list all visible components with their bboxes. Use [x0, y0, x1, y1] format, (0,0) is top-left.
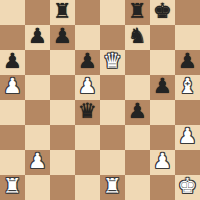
square-f6[interactable] [125, 50, 150, 75]
square-a5[interactable]: ♟ [0, 75, 25, 100]
square-d1[interactable] [75, 175, 100, 200]
square-b3[interactable] [25, 125, 50, 150]
square-h4[interactable] [175, 100, 200, 125]
piece-black-pawn[interactable]: ♟ [78, 49, 97, 74]
piece-black-pawn[interactable]: ♟ [53, 24, 72, 49]
square-b6[interactable] [25, 50, 50, 75]
square-f2[interactable] [125, 150, 150, 175]
square-f5[interactable] [125, 75, 150, 100]
square-g5[interactable]: ♟ [150, 75, 175, 100]
piece-white-pawn[interactable]: ♟ [178, 124, 197, 149]
square-h6[interactable]: ♟ [175, 50, 200, 75]
square-b8[interactable] [25, 0, 50, 25]
square-h5[interactable]: ♝ [175, 75, 200, 100]
square-g3[interactable] [150, 125, 175, 150]
square-g2[interactable]: ♟ [150, 150, 175, 175]
piece-white-pawn[interactable]: ♟ [78, 74, 97, 99]
square-g1[interactable] [150, 175, 175, 200]
square-c2[interactable] [50, 150, 75, 175]
piece-black-pawn[interactable]: ♟ [3, 49, 22, 74]
square-a3[interactable] [0, 125, 25, 150]
square-d3[interactable] [75, 125, 100, 150]
square-f8[interactable]: ♜ [125, 0, 150, 25]
square-c6[interactable] [50, 50, 75, 75]
piece-white-rook[interactable]: ♜ [103, 174, 122, 199]
square-c5[interactable] [50, 75, 75, 100]
square-d5[interactable]: ♟ [75, 75, 100, 100]
square-a4[interactable] [0, 100, 25, 125]
square-f4[interactable]: ♟ [125, 100, 150, 125]
square-e5[interactable] [100, 75, 125, 100]
square-b4[interactable] [25, 100, 50, 125]
square-a8[interactable] [0, 0, 25, 25]
square-b2[interactable]: ♟ [25, 150, 50, 175]
piece-white-rook[interactable]: ♜ [3, 174, 22, 199]
square-e6[interactable]: ♛ [100, 50, 125, 75]
piece-black-queen[interactable]: ♛ [78, 99, 97, 124]
piece-black-king[interactable]: ♚ [153, 0, 172, 24]
square-e3[interactable] [100, 125, 125, 150]
square-f7[interactable]: ♞ [125, 25, 150, 50]
square-a7[interactable] [0, 25, 25, 50]
square-c3[interactable] [50, 125, 75, 150]
square-f3[interactable] [125, 125, 150, 150]
square-b5[interactable] [25, 75, 50, 100]
square-d8[interactable] [75, 0, 100, 25]
piece-white-king[interactable]: ♚ [178, 174, 197, 199]
square-g8[interactable]: ♚ [150, 0, 175, 25]
square-g4[interactable] [150, 100, 175, 125]
square-b1[interactable] [25, 175, 50, 200]
square-d6[interactable]: ♟ [75, 50, 100, 75]
square-e2[interactable] [100, 150, 125, 175]
piece-black-pawn[interactable]: ♟ [28, 24, 47, 49]
square-d2[interactable] [75, 150, 100, 175]
square-c7[interactable]: ♟ [50, 25, 75, 50]
square-d4[interactable]: ♛ [75, 100, 100, 125]
square-e4[interactable] [100, 100, 125, 125]
square-h8[interactable] [175, 0, 200, 25]
piece-black-pawn[interactable]: ♟ [178, 49, 197, 74]
square-a1[interactable]: ♜ [0, 175, 25, 200]
square-h3[interactable]: ♟ [175, 125, 200, 150]
square-g6[interactable] [150, 50, 175, 75]
square-e7[interactable] [100, 25, 125, 50]
piece-black-knight[interactable]: ♞ [128, 24, 147, 49]
square-b7[interactable]: ♟ [25, 25, 50, 50]
square-f1[interactable] [125, 175, 150, 200]
square-c8[interactable]: ♜ [50, 0, 75, 25]
square-e1[interactable]: ♜ [100, 175, 125, 200]
square-a2[interactable] [0, 150, 25, 175]
square-h1[interactable]: ♚ [175, 175, 200, 200]
piece-black-pawn[interactable]: ♟ [128, 99, 147, 124]
piece-black-rook[interactable]: ♜ [128, 0, 147, 24]
square-a6[interactable]: ♟ [0, 50, 25, 75]
square-h7[interactable] [175, 25, 200, 50]
piece-black-rook[interactable]: ♜ [53, 0, 72, 24]
piece-white-pawn[interactable]: ♟ [3, 74, 22, 99]
square-h2[interactable] [175, 150, 200, 175]
square-c1[interactable] [50, 175, 75, 200]
square-c4[interactable] [50, 100, 75, 125]
piece-white-pawn[interactable]: ♟ [153, 149, 172, 174]
square-d7[interactable] [75, 25, 100, 50]
square-e8[interactable] [100, 0, 125, 25]
chess-board: ♜♜♚♟♟♞♟♟♛♟♟♟♟♝♛♟♟♟♟♜♜♚ [0, 0, 200, 200]
piece-white-queen[interactable]: ♛ [103, 49, 122, 74]
piece-white-pawn[interactable]: ♟ [28, 149, 47, 174]
piece-white-bishop[interactable]: ♝ [178, 74, 197, 99]
square-g7[interactable] [150, 25, 175, 50]
piece-black-pawn[interactable]: ♟ [153, 74, 172, 99]
